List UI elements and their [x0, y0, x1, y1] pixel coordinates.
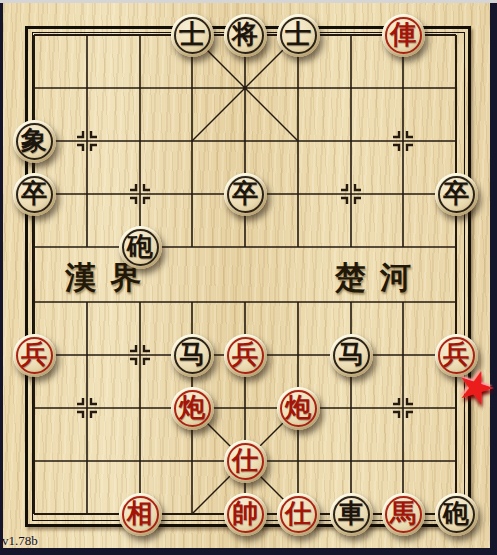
piece-black-cannon-f2r4[interactable]: 砲 [119, 226, 162, 269]
piece-glyph: 炮 [285, 395, 311, 421]
piece-red-cannon-f5r7[interactable]: 炮 [277, 387, 320, 430]
piece-black-advisor-f3r0[interactable]: 士 [171, 14, 214, 57]
piece-glyph: 車 [338, 501, 364, 527]
piece-black-chariot-f6r9[interactable]: 車 [330, 493, 373, 536]
piece-black-horse-f6r6[interactable]: 马 [330, 334, 373, 377]
version-label: v1.78b [2, 533, 38, 549]
piece-red-general-f4r9[interactable]: 帥 [224, 493, 267, 536]
river-text-right: 楚河 [310, 257, 450, 299]
piece-glyph: 馬 [390, 501, 416, 527]
piece-glyph: 兵 [232, 342, 258, 368]
piece-glyph: 砲 [127, 234, 153, 260]
piece-glyph: 卒 [21, 181, 47, 207]
piece-glyph: 将 [232, 22, 258, 48]
piece-glyph: 帥 [232, 501, 258, 527]
piece-glyph: 马 [179, 342, 205, 368]
piece-black-advisor-f5r0[interactable]: 士 [277, 14, 320, 57]
piece-black-cannon-f8r9[interactable]: 砲 [435, 493, 478, 536]
piece-black-soldier-f4r3[interactable]: 卒 [224, 173, 267, 216]
piece-glyph: 砲 [443, 501, 469, 527]
piece-glyph: 相 [127, 501, 153, 527]
piece-glyph: 仕 [232, 448, 258, 474]
river-text-left: 漢界 [40, 257, 180, 299]
piece-glyph: 卒 [232, 181, 258, 207]
piece-glyph: 俥 [390, 22, 416, 48]
piece-red-soldier-f4r6[interactable]: 兵 [224, 334, 267, 377]
piece-glyph: 炮 [179, 395, 205, 421]
piece-glyph: 兵 [21, 342, 47, 368]
piece-black-soldier-f0r3[interactable]: 卒 [13, 173, 56, 216]
piece-black-soldier-f8r3[interactable]: 卒 [435, 173, 478, 216]
piece-black-elephant-f0r2[interactable]: 象 [13, 120, 56, 163]
piece-glyph: 卒 [443, 181, 469, 207]
piece-red-cannon-f3r7[interactable]: 炮 [171, 387, 214, 430]
piece-red-horse-f7r9[interactable]: 馬 [382, 493, 425, 536]
piece-glyph: 马 [338, 342, 364, 368]
piece-red-elephant-f2r9[interactable]: 相 [119, 493, 162, 536]
piece-red-chariot-f7r0[interactable]: 俥 [382, 14, 425, 57]
piece-black-horse-f3r6[interactable]: 马 [171, 334, 214, 377]
piece-red-soldier-f0r6[interactable]: 兵 [13, 334, 56, 377]
piece-red-advisor-f5r9[interactable]: 仕 [277, 493, 320, 536]
piece-black-general-f4r0[interactable]: 将 [224, 14, 267, 57]
piece-red-advisor-f4r8[interactable]: 仕 [224, 440, 267, 483]
piece-glyph: 象 [21, 128, 47, 154]
piece-glyph: 士 [179, 22, 205, 48]
piece-glyph: 士 [285, 22, 311, 48]
piece-glyph: 仕 [285, 501, 311, 527]
